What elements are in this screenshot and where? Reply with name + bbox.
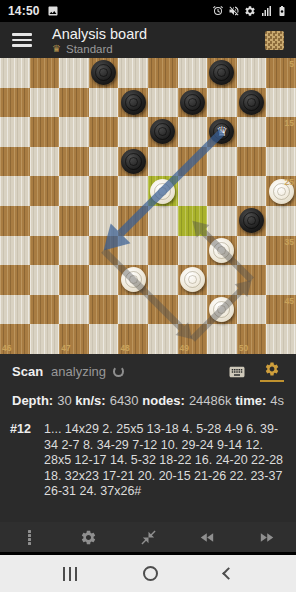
square-9[interactable]	[178, 88, 208, 118]
light-square[interactable]	[237, 295, 267, 325]
light-square[interactable]	[59, 117, 89, 147]
light-square[interactable]	[207, 88, 237, 118]
light-square[interactable]	[178, 236, 208, 266]
light-square[interactable]	[30, 147, 60, 177]
principal-variation-row[interactable]: #12 1... 14x29 2. 25x5 13-18 4. 5-28 4-9…	[0, 408, 296, 500]
board-area: 5♛152535454647484950	[0, 58, 296, 354]
square-35[interactable]: 35	[266, 236, 296, 266]
square-42[interactable]	[89, 295, 119, 325]
square-13[interactable]	[148, 117, 178, 147]
square-10[interactable]	[237, 88, 267, 118]
light-square[interactable]	[237, 176, 267, 206]
moves-text: 1... 14x29 2. 25x5 13-18 4. 5-28 4-9 6. …	[44, 422, 288, 500]
android-nav-bar	[0, 555, 296, 592]
light-square[interactable]	[148, 206, 178, 236]
square-15[interactable]: 15	[266, 117, 296, 147]
light-square[interactable]	[178, 176, 208, 206]
light-square[interactable]	[89, 88, 119, 118]
white-man-44[interactable]	[209, 297, 234, 322]
black-man-2[interactable]	[91, 60, 116, 85]
light-square[interactable]	[89, 324, 119, 354]
light-square[interactable]	[178, 295, 208, 325]
square-39[interactable]	[178, 265, 208, 295]
engine-name: Scan	[12, 364, 43, 379]
bottom-toolbar	[0, 522, 296, 552]
light-square[interactable]	[0, 295, 30, 325]
square-25[interactable]: 25	[266, 176, 296, 206]
page-title: Analysis board	[52, 26, 265, 42]
light-square[interactable]	[207, 265, 237, 295]
light-square[interactable]	[0, 117, 30, 147]
recents-icon[interactable]	[63, 567, 77, 581]
square-16[interactable]	[0, 147, 30, 177]
king-crown-icon: ♛	[216, 125, 228, 138]
square-27[interactable]	[59, 206, 89, 236]
square-50[interactable]: 50	[237, 324, 267, 354]
square-number-label: 35	[284, 237, 293, 247]
square-number-label: 49	[180, 343, 189, 353]
square-number-label: 46	[2, 343, 11, 353]
square-47[interactable]: 47	[59, 324, 89, 354]
square-number-label: 50	[239, 343, 248, 353]
mute-icon	[228, 5, 240, 17]
square-number-label: 5	[289, 59, 294, 69]
square-31[interactable]	[30, 236, 60, 266]
light-square[interactable]	[0, 58, 30, 88]
square-40[interactable]	[237, 265, 267, 295]
engine-stats-row: Depth:30 kn/s:6430 nodes:24486k time:4s	[0, 382, 296, 408]
light-square[interactable]	[89, 206, 119, 236]
engine-status-row: Scan analyzing	[0, 354, 296, 382]
status-bar: 14:50	[0, 0, 296, 22]
square-17[interactable]	[59, 147, 89, 177]
signal-icon	[260, 5, 272, 17]
light-square[interactable]	[59, 236, 89, 266]
crown-icon: ♛	[52, 44, 61, 54]
light-square[interactable]	[30, 206, 60, 236]
analysis-board-app: 14:50 Analysis board ♛ Standard 5♛152535…	[0, 0, 296, 592]
square-24[interactable]	[207, 176, 237, 206]
light-square[interactable]	[30, 88, 60, 118]
square-26[interactable]	[0, 206, 30, 236]
square-38[interactable]	[118, 265, 148, 295]
square-45[interactable]: 45	[266, 295, 296, 325]
square-44[interactable]	[207, 295, 237, 325]
light-square[interactable]	[148, 147, 178, 177]
black-man-9[interactable]	[180, 90, 205, 115]
square-37[interactable]	[59, 265, 89, 295]
light-square[interactable]	[148, 324, 178, 354]
square-46[interactable]: 46	[0, 324, 30, 354]
square-36[interactable]	[0, 265, 30, 295]
square-41[interactable]	[30, 295, 60, 325]
black-man-4[interactable]	[209, 60, 234, 85]
square-33[interactable]	[148, 236, 178, 266]
white-man-38[interactable]	[121, 267, 146, 292]
square-21[interactable]	[30, 176, 60, 206]
square-5[interactable]: 5	[266, 58, 296, 88]
light-square[interactable]	[237, 117, 267, 147]
light-square[interactable]	[118, 295, 148, 325]
line-number: #12	[10, 422, 44, 500]
square-28[interactable]	[118, 206, 148, 236]
square-22[interactable]	[89, 176, 119, 206]
black-man-10[interactable]	[239, 90, 264, 115]
light-square[interactable]	[178, 58, 208, 88]
square-4[interactable]	[207, 58, 237, 88]
stat-nodes: nodes:24486k	[142, 393, 231, 408]
square-number-label: 48	[120, 343, 129, 353]
square-19[interactable]	[178, 147, 208, 177]
white-man-34[interactable]	[209, 238, 234, 263]
light-square[interactable]	[266, 88, 296, 118]
light-square[interactable]	[237, 236, 267, 266]
light-square[interactable]	[207, 147, 237, 177]
square-2[interactable]	[89, 58, 119, 88]
home-icon[interactable]	[143, 566, 158, 581]
image-icon	[47, 5, 59, 17]
black-man-30[interactable]	[239, 208, 264, 233]
loading-spinner-icon	[113, 366, 124, 377]
square-34[interactable]	[207, 236, 237, 266]
light-square[interactable]	[59, 58, 89, 88]
clock: 14:50	[8, 4, 40, 18]
light-square[interactable]	[118, 176, 148, 206]
light-square[interactable]	[266, 147, 296, 177]
gear-icon	[244, 5, 256, 17]
engine-gears-icon[interactable]	[260, 361, 284, 382]
light-square[interactable]	[30, 324, 60, 354]
square-14[interactable]: ♛	[207, 117, 237, 147]
square-30[interactable]	[237, 206, 267, 236]
engine-status: analyzing	[51, 364, 106, 379]
more-menu-icon[interactable]	[0, 522, 59, 552]
back-icon[interactable]	[222, 567, 235, 580]
light-square[interactable]	[89, 147, 119, 177]
analysis-panel: Scan analyzing Depth:30 kn/s:6430 nodes:…	[0, 354, 296, 522]
light-square[interactable]	[207, 206, 237, 236]
rewind-icon[interactable]	[178, 522, 237, 552]
stat-time: time:4s	[235, 393, 284, 408]
alarm-icon	[212, 5, 224, 17]
stat-depth: Depth:30	[12, 393, 72, 408]
square-number-label: 25	[284, 177, 293, 187]
square-number-label: 15	[284, 118, 293, 128]
game-variant-label: Standard	[66, 43, 113, 55]
stat-knps: kn/s:6430	[75, 393, 138, 408]
light-square[interactable]	[266, 265, 296, 295]
light-square[interactable]	[266, 206, 296, 236]
square-6[interactable]	[0, 88, 30, 118]
square-18[interactable]	[118, 147, 148, 177]
fast-forward-icon[interactable]	[237, 522, 296, 552]
square-1[interactable]	[30, 58, 60, 88]
light-square[interactable]	[89, 265, 119, 295]
square-20[interactable]	[237, 147, 267, 177]
light-square[interactable]	[118, 117, 148, 147]
light-square[interactable]	[207, 324, 237, 354]
black-man-18[interactable]	[121, 149, 146, 174]
square-number-label: 47	[61, 343, 70, 353]
keyboard-icon[interactable]	[228, 363, 246, 381]
square-49[interactable]: 49	[178, 324, 208, 354]
light-square[interactable]	[237, 58, 267, 88]
light-square[interactable]	[30, 265, 60, 295]
square-12[interactable]	[89, 117, 119, 147]
square-8[interactable]	[118, 88, 148, 118]
battery-icon	[276, 5, 288, 17]
square-number-label: 45	[284, 296, 293, 306]
white-man-23[interactable]	[150, 179, 175, 204]
black-man-13[interactable]	[150, 119, 175, 144]
light-square[interactable]	[118, 58, 148, 88]
light-square[interactable]	[0, 236, 30, 266]
light-square[interactable]	[59, 295, 89, 325]
square-48[interactable]: 48	[118, 324, 148, 354]
board[interactable]: 5♛152535454647484950	[0, 58, 296, 354]
light-square[interactable]	[148, 265, 178, 295]
menu-hamburger-icon[interactable]	[12, 33, 32, 47]
light-square[interactable]	[266, 324, 296, 354]
square-23[interactable]	[148, 176, 178, 206]
light-square[interactable]	[118, 236, 148, 266]
light-square[interactable]	[148, 88, 178, 118]
square-43[interactable]	[148, 295, 178, 325]
checkerboard-thumbnail-icon[interactable]	[265, 31, 284, 50]
square-32[interactable]	[89, 236, 119, 266]
app-bar: Analysis board ♛ Standard	[0, 22, 296, 58]
white-man-39[interactable]	[180, 267, 205, 292]
square-11[interactable]	[30, 117, 60, 147]
black-man-8[interactable]	[121, 90, 146, 115]
light-square[interactable]	[59, 176, 89, 206]
black-king-14[interactable]: ♛	[209, 119, 234, 144]
collapse-icon[interactable]	[118, 522, 177, 552]
square-3[interactable]	[148, 58, 178, 88]
square-29[interactable]	[178, 206, 208, 236]
light-square[interactable]	[178, 117, 208, 147]
square-7[interactable]	[59, 88, 89, 118]
settings-gear-icon[interactable]	[59, 522, 118, 552]
light-square[interactable]	[0, 176, 30, 206]
